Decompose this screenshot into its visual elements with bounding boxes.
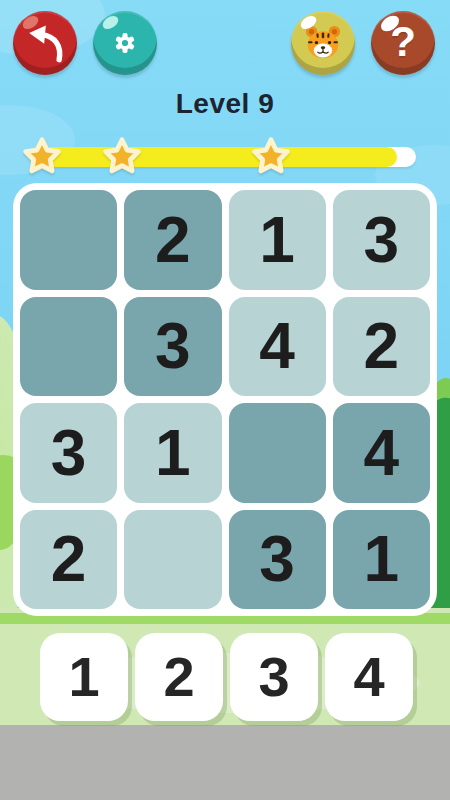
cell-digit: 1 xyxy=(155,421,191,485)
help-button[interactable]: ? xyxy=(371,11,435,75)
settings-button[interactable] xyxy=(93,11,157,75)
cell-digit: 3 xyxy=(259,527,295,591)
cell-digit: 2 xyxy=(364,314,400,378)
back-button[interactable] xyxy=(13,11,77,75)
progress-star-icon xyxy=(248,134,294,180)
cell-digit: 2 xyxy=(155,208,191,272)
board-cell-r4c2[interactable] xyxy=(124,510,221,610)
progress-bar xyxy=(0,134,450,180)
level-title: Level 9 xyxy=(0,88,450,120)
cell-digit: 2 xyxy=(51,527,87,591)
cell-digit: 3 xyxy=(364,208,400,272)
board-cell-r3c3[interactable] xyxy=(229,403,326,503)
progress-track xyxy=(30,147,416,167)
cell-digit: 4 xyxy=(259,314,295,378)
tray-tile-4[interactable]: 4 xyxy=(325,633,413,721)
tile-digit: 4 xyxy=(353,649,384,705)
game-screen: ? Level 9 213342314231 1234 xyxy=(0,0,450,800)
board-cell-r4c3[interactable]: 3 xyxy=(229,510,326,610)
tray-tile-3[interactable]: 3 xyxy=(230,633,318,721)
board-cell-r3c4[interactable]: 4 xyxy=(333,403,430,503)
progress-fill xyxy=(30,147,397,167)
board-cell-r2c3[interactable]: 4 xyxy=(229,297,326,397)
board-cell-r1c4[interactable]: 3 xyxy=(333,190,430,290)
cell-digit: 1 xyxy=(364,527,400,591)
board-cell-r2c1[interactable] xyxy=(20,297,117,397)
tray-tile-1[interactable]: 1 xyxy=(40,633,128,721)
avatar-button[interactable] xyxy=(291,11,355,75)
board-cell-r1c3[interactable]: 1 xyxy=(229,190,326,290)
cell-digit: 1 xyxy=(259,208,295,272)
cell-digit: 3 xyxy=(155,314,191,378)
board-cell-r1c2[interactable]: 2 xyxy=(124,190,221,290)
tile-digit: 3 xyxy=(258,649,289,705)
progress-star-icon xyxy=(19,134,65,180)
cell-digit: 4 xyxy=(364,421,400,485)
board-cell-r4c4[interactable]: 1 xyxy=(333,510,430,610)
board-cell-r2c4[interactable]: 2 xyxy=(333,297,430,397)
sudoku-board: 213342314231 xyxy=(13,183,437,616)
board-cell-r3c2[interactable]: 1 xyxy=(124,403,221,503)
undo-arrow-icon xyxy=(25,23,65,63)
progress-star-icon xyxy=(99,134,145,180)
gear-icon xyxy=(108,26,142,60)
tile-digit: 1 xyxy=(68,649,99,705)
tray-tile-2[interactable]: 2 xyxy=(135,633,223,721)
board-cell-r2c2[interactable]: 3 xyxy=(124,297,221,397)
board-cell-r1c1[interactable] xyxy=(20,190,117,290)
cell-digit: 3 xyxy=(51,421,87,485)
bottom-gray-bar xyxy=(0,725,450,800)
board-cell-r4c1[interactable]: 2 xyxy=(20,510,117,610)
tile-digit: 2 xyxy=(163,649,194,705)
number-tray: 1234 xyxy=(40,633,413,721)
board-cell-r3c1[interactable]: 3 xyxy=(20,403,117,503)
